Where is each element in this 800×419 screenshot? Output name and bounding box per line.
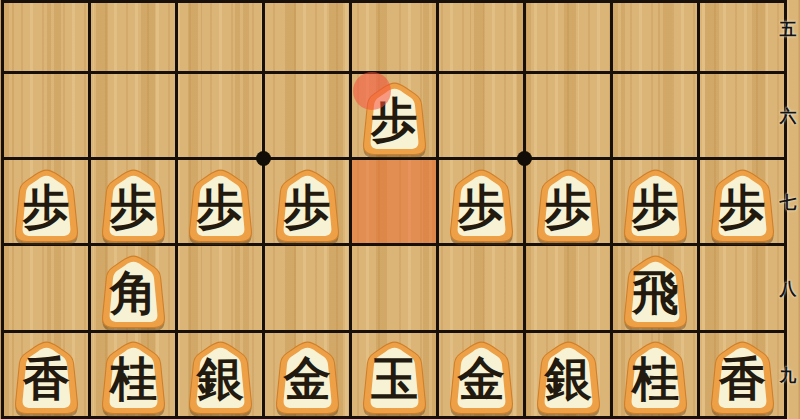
rank-label-7: 七 bbox=[775, 191, 800, 214]
grid-vline-7 bbox=[610, 0, 613, 419]
piece-gold-69[interactable]: 金 bbox=[272, 340, 343, 415]
piece-bishop-88[interactable]: 角 bbox=[98, 254, 169, 329]
square-16[interactable] bbox=[700, 74, 784, 157]
grid-vline-1 bbox=[88, 0, 91, 419]
rank-label-9: 九 bbox=[775, 364, 800, 387]
rank-label-5: 五 bbox=[775, 18, 800, 41]
piece-lance-19[interactable]: 香 bbox=[707, 340, 778, 415]
square-45[interactable] bbox=[439, 2, 523, 71]
square-86[interactable] bbox=[91, 74, 175, 157]
piece-knight-89[interactable]: 桂 bbox=[98, 340, 169, 415]
piece-pawn-47[interactable]: 歩 bbox=[446, 168, 517, 243]
grid-vline-2 bbox=[175, 0, 178, 419]
svg-text:歩: 歩 bbox=[22, 179, 70, 233]
grid-vline-4 bbox=[349, 0, 352, 419]
svg-text:金: 金 bbox=[457, 352, 505, 406]
piece-pawn-17[interactable]: 歩 bbox=[707, 168, 778, 243]
square-85[interactable] bbox=[91, 2, 175, 71]
grid-hline-1 bbox=[1, 71, 786, 74]
square-76[interactable] bbox=[178, 74, 262, 157]
svg-text:金: 金 bbox=[283, 352, 331, 406]
svg-text:桂: 桂 bbox=[630, 352, 679, 406]
piece-king-59[interactable]: 玉 bbox=[359, 340, 430, 415]
svg-text:香: 香 bbox=[22, 352, 70, 406]
piece-pawn-87[interactable]: 歩 bbox=[98, 168, 169, 243]
square-58[interactable] bbox=[352, 246, 436, 329]
square-78[interactable] bbox=[178, 246, 262, 329]
svg-text:歩: 歩 bbox=[109, 179, 157, 233]
piece-pawn-97[interactable]: 歩 bbox=[11, 168, 82, 243]
piece-gold-49[interactable]: 金 bbox=[446, 340, 517, 415]
square-36[interactable] bbox=[526, 74, 610, 157]
svg-text:桂: 桂 bbox=[108, 352, 157, 406]
grid-vline-8 bbox=[697, 0, 700, 419]
piece-rook-28[interactable]: 飛 bbox=[620, 254, 691, 329]
svg-text:歩: 歩 bbox=[196, 179, 244, 233]
piece-pawn-77[interactable]: 歩 bbox=[185, 168, 256, 243]
square-68[interactable] bbox=[265, 246, 349, 329]
grid-vline-3 bbox=[262, 0, 265, 419]
square-35[interactable] bbox=[526, 2, 610, 71]
square-46[interactable] bbox=[439, 74, 523, 157]
square-65[interactable] bbox=[265, 2, 349, 71]
grid-hline-0 bbox=[1, 0, 786, 3]
square-66[interactable] bbox=[265, 74, 349, 157]
svg-text:歩: 歩 bbox=[283, 179, 331, 233]
piece-knight-29[interactable]: 桂 bbox=[620, 340, 691, 415]
square-26[interactable] bbox=[613, 74, 697, 157]
shogi-board: 五 六 七 八 九 歩 歩 歩 歩 歩 歩 bbox=[0, 0, 800, 419]
square-95[interactable] bbox=[4, 2, 88, 71]
square-98[interactable] bbox=[4, 246, 88, 329]
last-move-origin-square-57[interactable] bbox=[352, 160, 436, 243]
square-55[interactable] bbox=[352, 2, 436, 71]
svg-text:歩: 歩 bbox=[457, 179, 505, 233]
square-15[interactable] bbox=[700, 2, 784, 71]
svg-text:角: 角 bbox=[109, 266, 157, 320]
rank-label-6: 六 bbox=[775, 105, 800, 128]
piece-pawn-67[interactable]: 歩 bbox=[272, 168, 343, 243]
svg-text:銀: 銀 bbox=[195, 352, 244, 406]
grid-vline-5 bbox=[436, 0, 439, 419]
piece-pawn-37[interactable]: 歩 bbox=[533, 168, 604, 243]
svg-text:飛: 飛 bbox=[631, 266, 679, 320]
rank-label-8: 八 bbox=[775, 277, 800, 300]
square-38[interactable] bbox=[526, 246, 610, 329]
square-25[interactable] bbox=[613, 2, 697, 71]
svg-text:香: 香 bbox=[718, 352, 766, 406]
piece-lance-99[interactable]: 香 bbox=[11, 340, 82, 415]
grid-vline-6 bbox=[523, 0, 526, 419]
square-75[interactable] bbox=[178, 2, 262, 71]
grid-vline-0 bbox=[1, 0, 4, 419]
svg-text:銀: 銀 bbox=[543, 352, 592, 406]
square-96[interactable] bbox=[4, 74, 88, 157]
piece-silver-39[interactable]: 銀 bbox=[533, 340, 604, 415]
last-move-marker bbox=[353, 72, 391, 110]
square-48[interactable] bbox=[439, 246, 523, 329]
piece-pawn-27[interactable]: 歩 bbox=[620, 168, 691, 243]
piece-silver-79[interactable]: 銀 bbox=[185, 340, 256, 415]
square-18[interactable] bbox=[700, 246, 784, 329]
svg-text:歩: 歩 bbox=[718, 179, 766, 233]
svg-text:玉: 玉 bbox=[371, 352, 418, 406]
svg-text:歩: 歩 bbox=[544, 179, 592, 233]
svg-text:歩: 歩 bbox=[631, 179, 679, 233]
